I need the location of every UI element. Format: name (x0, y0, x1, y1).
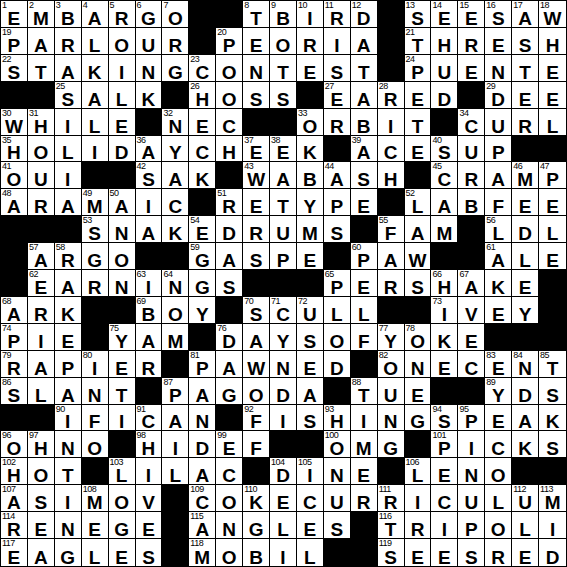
cell-r2c17[interactable]: H (431, 28, 458, 55)
cell-r14c9[interactable]: A (216, 351, 243, 378)
cell-r5c14[interactable]: B (351, 109, 378, 136)
cell-r17c13[interactable]: 100O (324, 431, 351, 458)
cell-r6c7[interactable]: Y (162, 136, 189, 163)
cell-r2c19[interactable]: E (485, 28, 512, 55)
cell-r17c3[interactable]: N (55, 431, 82, 458)
cell-r18c11[interactable]: 104D (270, 458, 297, 485)
cell-r12c20[interactable]: Y (512, 297, 539, 324)
cell-r15c12[interactable]: A (297, 378, 324, 405)
cell-r19c3[interactable]: I (55, 485, 82, 512)
cell-r6c1[interactable]: 35H (1, 136, 28, 163)
cell-r12c10[interactable]: 70S (243, 297, 270, 324)
cell-r11c9[interactable]: S (216, 270, 243, 297)
cell-r13c12[interactable]: S (297, 324, 324, 351)
cell-r4c21[interactable]: E (539, 82, 566, 109)
cell-r18c18[interactable]: N (458, 458, 485, 485)
cell-r10c12[interactable]: E (297, 243, 324, 270)
cell-r9c11[interactable]: U (270, 216, 297, 243)
cell-r1c16[interactable]: 13S (405, 1, 432, 28)
cell-r5c15[interactable]: I (378, 109, 405, 136)
cell-r20c15[interactable]: 116T (378, 512, 405, 539)
cell-r14c8[interactable]: 81P (189, 351, 216, 378)
cell-r6c11[interactable]: 38E (270, 136, 297, 163)
cell-r13c13[interactable]: O (324, 324, 351, 351)
cell-r12c3[interactable]: K (55, 297, 82, 324)
cell-r19c9[interactable]: O (216, 485, 243, 512)
cell-r8c5[interactable]: 50A (109, 189, 136, 216)
cell-r20c3[interactable]: N (55, 512, 82, 539)
cell-r2c6[interactable]: U (136, 28, 163, 55)
cell-r16c19[interactable]: E (485, 405, 512, 432)
cell-r3c1[interactable]: 22S (1, 55, 28, 82)
cell-r5c7[interactable]: 32N (162, 109, 189, 136)
cell-r16c21[interactable]: K (539, 405, 566, 432)
cell-r8c19[interactable]: F (485, 189, 512, 216)
cell-r14c11[interactable]: N (270, 351, 297, 378)
cell-r17c20[interactable]: K (512, 431, 539, 458)
cell-r9c8[interactable]: 54E (189, 216, 216, 243)
cell-r3c14[interactable]: T (351, 55, 378, 82)
cell-r15c9[interactable]: G (216, 378, 243, 405)
cell-r8c4[interactable]: 49M (82, 189, 109, 216)
cell-r18c7[interactable]: L (162, 458, 189, 485)
cell-r5c8[interactable]: E (189, 109, 216, 136)
cell-r14c16[interactable]: N (405, 351, 432, 378)
cell-r6c19[interactable]: P (485, 136, 512, 163)
cell-r21c4[interactable]: L (82, 539, 109, 566)
cell-r7c1[interactable]: 41O (1, 162, 28, 189)
cell-r13c17[interactable]: K (431, 324, 458, 351)
cell-r7c14[interactable]: S (351, 162, 378, 189)
cell-r16c7[interactable]: A (162, 405, 189, 432)
cell-r18c14[interactable]: E (351, 458, 378, 485)
cell-r7c15[interactable]: H (378, 162, 405, 189)
cell-r5c5[interactable]: E (109, 109, 136, 136)
cell-r17c4[interactable]: O (82, 431, 109, 458)
cell-r1c1[interactable]: 1E (1, 1, 28, 28)
cell-r18c17[interactable]: E (431, 458, 458, 485)
cell-r1c2[interactable]: 2M (28, 1, 55, 28)
cell-r19c14[interactable]: R (351, 485, 378, 512)
cell-r20c1[interactable]: 114R (1, 512, 28, 539)
cell-r4c19[interactable]: 29D (485, 82, 512, 109)
cell-r20c11[interactable]: L (270, 512, 297, 539)
cell-r3c18[interactable]: E (458, 55, 485, 82)
cell-r1c13[interactable]: 11R (324, 1, 351, 28)
cell-r13c9[interactable]: 76D (216, 324, 243, 351)
cell-r8c9[interactable]: 51R (216, 189, 243, 216)
cell-r10c20[interactable]: L (512, 243, 539, 270)
cell-r14c17[interactable]: E (431, 351, 458, 378)
cell-r9c10[interactable]: R (243, 216, 270, 243)
cell-r21c9[interactable]: O (216, 539, 243, 566)
cell-r15c5[interactable]: T (109, 378, 136, 405)
cell-r18c9[interactable]: C (216, 458, 243, 485)
cell-r16c17[interactable]: 94S (431, 405, 458, 432)
cell-r3c17[interactable]: U (431, 55, 458, 82)
cell-r12c11[interactable]: 71C (270, 297, 297, 324)
cell-r19c2[interactable]: S (28, 485, 55, 512)
cell-r8c10[interactable]: E (243, 189, 270, 216)
cell-r9c21[interactable]: L (539, 216, 566, 243)
cell-r12c18[interactable]: V (458, 297, 485, 324)
cell-r16c18[interactable]: 95P (458, 405, 485, 432)
cell-r21c10[interactable]: B (243, 539, 270, 566)
cell-r4c8[interactable]: 26H (189, 82, 216, 109)
cell-r5c21[interactable]: L (539, 109, 566, 136)
cell-r6c6[interactable]: 36A (136, 136, 163, 163)
cell-r9c5[interactable]: N (109, 216, 136, 243)
cell-r14c5[interactable]: E (109, 351, 136, 378)
cell-r2c7[interactable]: R (162, 28, 189, 55)
cell-r12c2[interactable]: R (28, 297, 55, 324)
cell-r15c7[interactable]: 87P (162, 378, 189, 405)
cell-r2c21[interactable]: H (539, 28, 566, 55)
cell-r3c20[interactable]: T (512, 55, 539, 82)
cell-r17c15[interactable]: G (378, 431, 405, 458)
cell-r13c2[interactable]: I (28, 324, 55, 351)
cell-r7c21[interactable]: 47P (539, 162, 566, 189)
cell-r8c13[interactable]: P (324, 189, 351, 216)
cell-r1c12[interactable]: 10I (297, 1, 324, 28)
cell-r2c16[interactable]: 21T (405, 28, 432, 55)
cell-r18c13[interactable]: N (324, 458, 351, 485)
cell-r21c18[interactable]: S (458, 539, 485, 566)
cell-r12c1[interactable]: 68A (1, 297, 28, 324)
cell-r7c18[interactable]: R (458, 162, 485, 189)
cell-r13c7[interactable]: M (162, 324, 189, 351)
cell-r3c9[interactable]: O (216, 55, 243, 82)
cell-r21c19[interactable]: R (485, 539, 512, 566)
cell-r15c21[interactable]: S (539, 378, 566, 405)
cell-r4c9[interactable]: O (216, 82, 243, 109)
cell-r18c3[interactable]: T (55, 458, 82, 485)
cell-r14c10[interactable]: W (243, 351, 270, 378)
cell-r5c20[interactable]: R (512, 109, 539, 136)
cell-r15c2[interactable]: L (28, 378, 55, 405)
cell-r18c5[interactable]: 103L (109, 458, 136, 485)
cell-r14c12[interactable]: E (297, 351, 324, 378)
cell-r20c18[interactable]: P (458, 512, 485, 539)
cell-r3c6[interactable]: N (136, 55, 163, 82)
cell-r20c8[interactable]: 115A (189, 512, 216, 539)
cell-r11c4[interactable]: R (82, 270, 109, 297)
cell-r21c16[interactable]: E (405, 539, 432, 566)
cell-r17c21[interactable]: S (539, 431, 566, 458)
cell-r15c10[interactable]: O (243, 378, 270, 405)
cell-r1c4[interactable]: 4A (82, 1, 109, 28)
cell-r8c18[interactable]: B (458, 189, 485, 216)
cell-r14c18[interactable]: C (458, 351, 485, 378)
cell-r9c16[interactable]: A (405, 216, 432, 243)
cell-r15c14[interactable]: 88T (351, 378, 378, 405)
cell-r3c8[interactable]: 23C (189, 55, 216, 82)
cell-r15c20[interactable]: D (512, 378, 539, 405)
cell-r21c5[interactable]: E (109, 539, 136, 566)
cell-r12c13[interactable]: L (324, 297, 351, 324)
cell-r21c21[interactable]: D (539, 539, 566, 566)
cell-r16c16[interactable]: G (405, 405, 432, 432)
cell-r18c8[interactable]: A (189, 458, 216, 485)
cell-r2c13[interactable]: I (324, 28, 351, 55)
cell-r13c1[interactable]: 74P (1, 324, 28, 351)
cell-r16c11[interactable]: I (270, 405, 297, 432)
cell-r11c2[interactable]: 62E (28, 270, 55, 297)
cell-r3c12[interactable]: E (297, 55, 324, 82)
cell-r11c16[interactable]: S (405, 270, 432, 297)
cell-r20c5[interactable]: G (109, 512, 136, 539)
cell-r20c9[interactable]: N (216, 512, 243, 539)
cell-r19c1[interactable]: 107A (1, 485, 28, 512)
cell-r10c19[interactable]: 61A (485, 243, 512, 270)
cell-r7c19[interactable]: A (485, 162, 512, 189)
cell-r2c5[interactable]: O (109, 28, 136, 55)
cell-r7c3[interactable]: I (55, 162, 82, 189)
cell-r1c10[interactable]: 8T (243, 1, 270, 28)
cell-r19c17[interactable]: C (431, 485, 458, 512)
cell-r9c4[interactable]: 53S (82, 216, 109, 243)
cell-r6c3[interactable]: L (55, 136, 82, 163)
cell-r1c7[interactable]: 7O (162, 1, 189, 28)
cell-r20c12[interactable]: E (297, 512, 324, 539)
cell-r18c1[interactable]: 102H (1, 458, 28, 485)
cell-r13c18[interactable]: E (458, 324, 485, 351)
cell-r3c3[interactable]: A (55, 55, 82, 82)
cell-r17c17[interactable]: 101P (431, 431, 458, 458)
cell-r21c11[interactable]: I (270, 539, 297, 566)
cell-r19c11[interactable]: E (270, 485, 297, 512)
cell-r10c14[interactable]: 60P (351, 243, 378, 270)
cell-r5c1[interactable]: 30W (1, 109, 28, 136)
cell-r20c6[interactable]: E (136, 512, 163, 539)
cell-r8c7[interactable]: C (162, 189, 189, 216)
cell-r15c4[interactable]: N (82, 378, 109, 405)
cell-r2c14[interactable]: A (351, 28, 378, 55)
cell-r16c6[interactable]: 91C (136, 405, 163, 432)
cell-r1c18[interactable]: 15E (458, 1, 485, 28)
cell-r1c3[interactable]: 3B (55, 1, 82, 28)
cell-r19c10[interactable]: 110K (243, 485, 270, 512)
cell-r7c6[interactable]: 42S (136, 162, 163, 189)
cell-r7c20[interactable]: 46M (512, 162, 539, 189)
cell-r14c3[interactable]: P (55, 351, 82, 378)
cell-r1c20[interactable]: 17A (512, 1, 539, 28)
cell-r6c4[interactable]: I (82, 136, 109, 163)
cell-r18c12[interactable]: 105I (297, 458, 324, 485)
cell-r5c4[interactable]: L (82, 109, 109, 136)
cell-r10c5[interactable]: O (109, 243, 136, 270)
cell-r17c14[interactable]: M (351, 431, 378, 458)
cell-r19c18[interactable]: U (458, 485, 485, 512)
cell-r15c19[interactable]: 89Y (485, 378, 512, 405)
cell-r8c16[interactable]: 52L (405, 189, 432, 216)
cell-r1c14[interactable]: 12D (351, 1, 378, 28)
cell-r10c10[interactable]: S (243, 243, 270, 270)
cell-r12c19[interactable]: E (485, 297, 512, 324)
cell-r19c15[interactable]: 111R (378, 485, 405, 512)
cell-r1c6[interactable]: 6G (136, 1, 163, 28)
cell-r12c6[interactable]: 69B (136, 297, 163, 324)
cell-r21c15[interactable]: 119S (378, 539, 405, 566)
cell-r1c11[interactable]: 9B (270, 1, 297, 28)
cell-r5c2[interactable]: 31H (28, 109, 55, 136)
cell-r6c14[interactable]: 39A (351, 136, 378, 163)
cell-r8c6[interactable]: I (136, 189, 163, 216)
cell-r3c2[interactable]: T (28, 55, 55, 82)
cell-r10c2[interactable]: 57A (28, 243, 55, 270)
cell-r21c20[interactable]: E (512, 539, 539, 566)
cell-r16c8[interactable]: N (189, 405, 216, 432)
cell-r17c7[interactable]: I (162, 431, 189, 458)
cell-r20c20[interactable]: L (512, 512, 539, 539)
cell-r16c10[interactable]: 92F (243, 405, 270, 432)
cell-r14c21[interactable]: 85T (539, 351, 566, 378)
cell-r12c14[interactable]: L (351, 297, 378, 324)
cell-r6c2[interactable]: O (28, 136, 55, 163)
cell-r9c13[interactable]: S (324, 216, 351, 243)
cell-r8c12[interactable]: Y (297, 189, 324, 216)
cell-r4c6[interactable]: K (136, 82, 163, 109)
cell-r13c14[interactable]: F (351, 324, 378, 351)
cell-r6c17[interactable]: 40S (431, 136, 458, 163)
cell-r20c10[interactable]: G (243, 512, 270, 539)
cell-r20c4[interactable]: E (82, 512, 109, 539)
cell-r19c5[interactable]: O (109, 485, 136, 512)
cell-r6c15[interactable]: C (378, 136, 405, 163)
cell-r16c13[interactable]: 93H (324, 405, 351, 432)
cell-r20c17[interactable]: I (431, 512, 458, 539)
cell-r13c6[interactable]: A (136, 324, 163, 351)
cell-r19c12[interactable]: C (297, 485, 324, 512)
cell-r3c7[interactable]: G (162, 55, 189, 82)
cell-r16c15[interactable]: N (378, 405, 405, 432)
cell-r5c19[interactable]: U (485, 109, 512, 136)
cell-r14c13[interactable]: D (324, 351, 351, 378)
cell-r21c17[interactable]: E (431, 539, 458, 566)
cell-r11c18[interactable]: 67A (458, 270, 485, 297)
cell-r16c14[interactable]: I (351, 405, 378, 432)
cell-r2c11[interactable]: O (270, 28, 297, 55)
cell-r21c8[interactable]: 118M (189, 539, 216, 566)
cell-r10c15[interactable]: A (378, 243, 405, 270)
cell-r9c19[interactable]: 56L (485, 216, 512, 243)
cell-r8c14[interactable]: E (351, 189, 378, 216)
cell-r19c20[interactable]: 112U (512, 485, 539, 512)
cell-r11c14[interactable]: E (351, 270, 378, 297)
cell-r21c2[interactable]: A (28, 539, 55, 566)
cell-r14c20[interactable]: 84N (512, 351, 539, 378)
cell-r8c17[interactable]: A (431, 189, 458, 216)
cell-r7c2[interactable]: U (28, 162, 55, 189)
cell-r19c19[interactable]: L (485, 485, 512, 512)
cell-r21c6[interactable]: S (136, 539, 163, 566)
cell-r3c16[interactable]: 24P (405, 55, 432, 82)
cell-r9c17[interactable]: M (431, 216, 458, 243)
cell-r3c4[interactable]: K (82, 55, 109, 82)
cell-r16c4[interactable]: F (82, 405, 109, 432)
cell-r15c1[interactable]: 86S (1, 378, 28, 405)
cell-r9c7[interactable]: K (162, 216, 189, 243)
cell-r6c8[interactable]: C (189, 136, 216, 163)
cell-r20c19[interactable]: O (485, 512, 512, 539)
cell-r6c12[interactable]: K (297, 136, 324, 163)
cell-r5c9[interactable]: C (216, 109, 243, 136)
cell-r18c19[interactable]: O (485, 458, 512, 485)
cell-r19c4[interactable]: 108M (82, 485, 109, 512)
cell-r13c3[interactable]: E (55, 324, 82, 351)
cell-r13c5[interactable]: 75Y (109, 324, 136, 351)
cell-r19c8[interactable]: 109C (189, 485, 216, 512)
cell-r8c2[interactable]: R (28, 189, 55, 216)
cell-r15c3[interactable]: A (55, 378, 82, 405)
cell-r3c10[interactable]: N (243, 55, 270, 82)
cell-r19c16[interactable]: I (405, 485, 432, 512)
cell-r9c20[interactable]: D (512, 216, 539, 243)
cell-r5c3[interactable]: I (55, 109, 82, 136)
cell-r10c3[interactable]: 58R (55, 243, 82, 270)
cell-r8c11[interactable]: T (270, 189, 297, 216)
cell-r19c13[interactable]: U (324, 485, 351, 512)
cell-r4c13[interactable]: 27E (324, 82, 351, 109)
cell-r10c16[interactable]: W (405, 243, 432, 270)
cell-r11c5[interactable]: N (109, 270, 136, 297)
cell-r2c12[interactable]: R (297, 28, 324, 55)
cell-r18c2[interactable]: O (28, 458, 55, 485)
cell-r13c15[interactable]: 77Y (378, 324, 405, 351)
cell-r20c13[interactable]: S (324, 512, 351, 539)
cell-r3c11[interactable]: T (270, 55, 297, 82)
cell-r6c9[interactable]: H (216, 136, 243, 163)
cell-r1c5[interactable]: 5R (109, 1, 136, 28)
cell-r20c21[interactable]: I (539, 512, 566, 539)
cell-r6c5[interactable]: D (109, 136, 136, 163)
cell-r4c15[interactable]: 28R (378, 82, 405, 109)
cell-r16c12[interactable]: S (297, 405, 324, 432)
cell-r11c20[interactable]: E (512, 270, 539, 297)
cell-r7c13[interactable]: 44A (324, 162, 351, 189)
cell-r2c2[interactable]: A (28, 28, 55, 55)
cell-r12c12[interactable]: 72U (297, 297, 324, 324)
cell-r18c6[interactable]: I (136, 458, 163, 485)
cell-r19c21[interactable]: 113M (539, 485, 566, 512)
cell-r8c1[interactable]: 48A (1, 189, 28, 216)
cell-r4c10[interactable]: S (243, 82, 270, 109)
cell-r10c9[interactable]: A (216, 243, 243, 270)
cell-r2c9[interactable]: 20P (216, 28, 243, 55)
cell-r11c15[interactable]: R (378, 270, 405, 297)
cell-r4c4[interactable]: A (82, 82, 109, 109)
cell-r14c15[interactable]: 82O (378, 351, 405, 378)
cell-r14c19[interactable]: 83E (485, 351, 512, 378)
cell-r7c8[interactable]: K (189, 162, 216, 189)
cell-r2c20[interactable]: S (512, 28, 539, 55)
cell-r21c1[interactable]: 117E (1, 539, 28, 566)
cell-r20c2[interactable]: E (28, 512, 55, 539)
cell-r11c13[interactable]: 65P (324, 270, 351, 297)
cell-r3c19[interactable]: N (485, 55, 512, 82)
cell-r4c16[interactable]: E (405, 82, 432, 109)
cell-r4c14[interactable]: A (351, 82, 378, 109)
cell-r4c20[interactable]: E (512, 82, 539, 109)
cell-r13c10[interactable]: A (243, 324, 270, 351)
cell-r2c4[interactable]: L (82, 28, 109, 55)
cell-r8c3[interactable]: A (55, 189, 82, 216)
cell-r10c21[interactable]: E (539, 243, 566, 270)
cell-r13c16[interactable]: 78O (405, 324, 432, 351)
cell-r2c1[interactable]: 19P (1, 28, 28, 55)
cell-r17c18[interactable]: I (458, 431, 485, 458)
cell-r11c6[interactable]: 63I (136, 270, 163, 297)
